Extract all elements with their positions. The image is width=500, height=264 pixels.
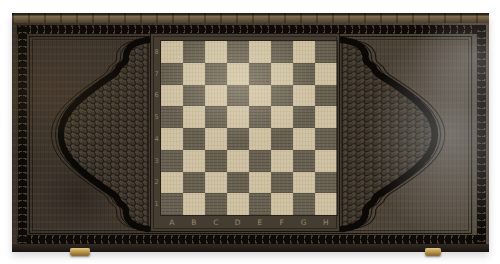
square-g8[interactable] xyxy=(293,41,315,63)
square-e4[interactable] xyxy=(249,128,271,150)
box-top-edge xyxy=(12,13,489,23)
square-b1[interactable] xyxy=(183,193,205,215)
file-label-f: F xyxy=(271,216,293,229)
square-e2[interactable] xyxy=(249,172,271,194)
square-a4[interactable] xyxy=(161,128,183,150)
square-a6[interactable] xyxy=(161,85,183,107)
carved-panel-left xyxy=(27,34,150,235)
rank-label-4: 4 xyxy=(152,128,161,150)
square-c2[interactable] xyxy=(205,172,227,194)
square-c5[interactable] xyxy=(205,106,227,128)
square-f7[interactable] xyxy=(271,63,293,85)
square-f1[interactable] xyxy=(271,193,293,215)
square-c4[interactable] xyxy=(205,128,227,150)
brass-clasp-right xyxy=(425,248,441,256)
square-b8[interactable] xyxy=(183,41,205,63)
game-box: 87654321 ABCDEFGH xyxy=(12,13,489,252)
square-e3[interactable] xyxy=(249,150,271,172)
square-f6[interactable] xyxy=(271,85,293,107)
square-c3[interactable] xyxy=(205,150,227,172)
square-f5[interactable] xyxy=(271,106,293,128)
square-a2[interactable] xyxy=(161,172,183,194)
file-label-g: G xyxy=(293,216,315,229)
square-d6[interactable] xyxy=(227,85,249,107)
square-e1[interactable] xyxy=(249,193,271,215)
chessboard xyxy=(161,41,337,215)
photo-background: 87654321 ABCDEFGH xyxy=(0,0,500,264)
file-label-b: B xyxy=(183,216,205,229)
square-e6[interactable] xyxy=(249,85,271,107)
square-h8[interactable] xyxy=(315,41,337,63)
rank-label-6: 6 xyxy=(152,85,161,107)
square-d8[interactable] xyxy=(227,41,249,63)
square-g4[interactable] xyxy=(293,128,315,150)
square-b4[interactable] xyxy=(183,128,205,150)
rank-label-3: 3 xyxy=(152,150,161,172)
rank-label-2: 2 xyxy=(152,172,161,194)
square-f8[interactable] xyxy=(271,41,293,63)
square-c1[interactable] xyxy=(205,193,227,215)
carved-panel-right xyxy=(340,34,471,235)
square-e5[interactable] xyxy=(249,106,271,128)
square-d2[interactable] xyxy=(227,172,249,194)
box-lid: 87654321 ABCDEFGH xyxy=(12,23,489,244)
rank-label-5: 5 xyxy=(152,106,161,128)
ogee-arch-carving-left xyxy=(27,34,150,235)
square-a1[interactable] xyxy=(161,193,183,215)
carved-border-left xyxy=(18,25,27,244)
square-a3[interactable] xyxy=(161,150,183,172)
square-h4[interactable] xyxy=(315,128,337,150)
square-b6[interactable] xyxy=(183,85,205,107)
square-b2[interactable] xyxy=(183,172,205,194)
file-label-e: E xyxy=(249,216,271,229)
square-h7[interactable] xyxy=(315,63,337,85)
file-label-a: A xyxy=(161,216,183,229)
square-a8[interactable] xyxy=(161,41,183,63)
square-d5[interactable] xyxy=(227,106,249,128)
file-label-c: C xyxy=(205,216,227,229)
square-g6[interactable] xyxy=(293,85,315,107)
square-c6[interactable] xyxy=(205,85,227,107)
square-g5[interactable] xyxy=(293,106,315,128)
square-h5[interactable] xyxy=(315,106,337,128)
square-h2[interactable] xyxy=(315,172,337,194)
square-b5[interactable] xyxy=(183,106,205,128)
square-e8[interactable] xyxy=(249,41,271,63)
square-d1[interactable] xyxy=(227,193,249,215)
chessboard-panel: 87654321 ABCDEFGH xyxy=(150,33,340,232)
square-a7[interactable] xyxy=(161,63,183,85)
square-h1[interactable] xyxy=(315,193,337,215)
square-c7[interactable] xyxy=(205,63,227,85)
square-g7[interactable] xyxy=(293,63,315,85)
rank-label-1: 1 xyxy=(152,193,161,215)
file-labels: ABCDEFGH xyxy=(161,216,337,229)
square-h3[interactable] xyxy=(315,150,337,172)
square-b7[interactable] xyxy=(183,63,205,85)
square-c8[interactable] xyxy=(205,41,227,63)
square-d3[interactable] xyxy=(227,150,249,172)
rank-labels: 87654321 xyxy=(152,41,161,215)
square-d7[interactable] xyxy=(227,63,249,85)
square-g2[interactable] xyxy=(293,172,315,194)
square-a5[interactable] xyxy=(161,106,183,128)
square-e7[interactable] xyxy=(249,63,271,85)
square-h6[interactable] xyxy=(315,85,337,107)
square-d4[interactable] xyxy=(227,128,249,150)
square-f4[interactable] xyxy=(271,128,293,150)
rank-label-8: 8 xyxy=(152,41,161,63)
brass-clasp-left xyxy=(70,248,90,256)
rank-label-7: 7 xyxy=(152,63,161,85)
carved-border-right xyxy=(477,25,486,244)
ogee-arch-carving-right xyxy=(340,34,471,235)
file-label-d: D xyxy=(227,216,249,229)
square-f3[interactable] xyxy=(271,150,293,172)
square-b3[interactable] xyxy=(183,150,205,172)
carved-border-bottom xyxy=(17,235,484,244)
square-g1[interactable] xyxy=(293,193,315,215)
square-g3[interactable] xyxy=(293,150,315,172)
square-f2[interactable] xyxy=(271,172,293,194)
file-label-h: H xyxy=(315,216,337,229)
